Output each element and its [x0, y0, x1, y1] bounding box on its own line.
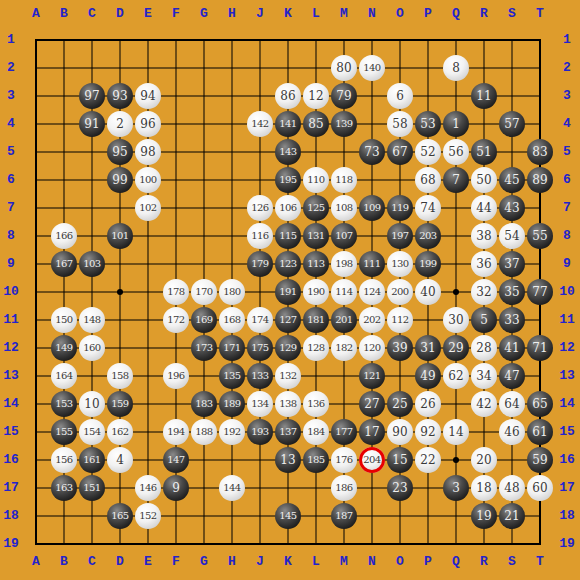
point-T17[interactable]: 60	[526, 474, 554, 502]
point-O2[interactable]	[386, 54, 414, 82]
point-R14[interactable]: 42	[470, 390, 498, 418]
point-F17[interactable]: 9	[162, 474, 190, 502]
point-E12[interactable]	[134, 334, 162, 362]
point-P2[interactable]	[414, 54, 442, 82]
point-M14[interactable]	[330, 390, 358, 418]
point-S9[interactable]: 37	[498, 250, 526, 278]
point-M13[interactable]	[330, 362, 358, 390]
point-A9[interactable]	[22, 250, 50, 278]
point-O1[interactable]	[386, 26, 414, 54]
point-L13[interactable]	[302, 362, 330, 390]
point-G8[interactable]	[190, 222, 218, 250]
point-B12[interactable]: 149	[50, 334, 78, 362]
point-B9[interactable]: 167	[50, 250, 78, 278]
point-L19[interactable]	[302, 530, 330, 558]
point-T13[interactable]	[526, 362, 554, 390]
point-C9[interactable]: 103	[78, 250, 106, 278]
point-R12[interactable]: 28	[470, 334, 498, 362]
point-J10[interactable]	[246, 278, 274, 306]
point-C8[interactable]	[78, 222, 106, 250]
point-E2[interactable]	[134, 54, 162, 82]
point-O19[interactable]	[386, 530, 414, 558]
point-T9[interactable]	[526, 250, 554, 278]
point-L9[interactable]: 113	[302, 250, 330, 278]
point-N4[interactable]	[358, 110, 386, 138]
point-L7[interactable]: 125	[302, 194, 330, 222]
point-O13[interactable]	[386, 362, 414, 390]
point-Q8[interactable]	[442, 222, 470, 250]
point-O9[interactable]: 130	[386, 250, 414, 278]
point-C3[interactable]: 97	[78, 82, 106, 110]
point-G14[interactable]: 183	[190, 390, 218, 418]
point-B13[interactable]: 164	[50, 362, 78, 390]
point-P14[interactable]: 26	[414, 390, 442, 418]
point-D8[interactable]: 101	[106, 222, 134, 250]
point-O10[interactable]: 200	[386, 278, 414, 306]
point-G16[interactable]	[190, 446, 218, 474]
point-P3[interactable]	[414, 82, 442, 110]
point-E4[interactable]: 96	[134, 110, 162, 138]
point-F5[interactable]	[162, 138, 190, 166]
point-C6[interactable]	[78, 166, 106, 194]
point-L5[interactable]	[302, 138, 330, 166]
point-H9[interactable]	[218, 250, 246, 278]
point-G17[interactable]	[190, 474, 218, 502]
point-Q12[interactable]: 29	[442, 334, 470, 362]
point-L3[interactable]: 12	[302, 82, 330, 110]
point-G5[interactable]	[190, 138, 218, 166]
point-A2[interactable]	[22, 54, 50, 82]
point-P4[interactable]: 53	[414, 110, 442, 138]
point-K16[interactable]: 13	[274, 446, 302, 474]
point-L11[interactable]: 181	[302, 306, 330, 334]
point-D4[interactable]: 2	[106, 110, 134, 138]
point-T18[interactable]	[526, 502, 554, 530]
point-R6[interactable]: 50	[470, 166, 498, 194]
point-E3[interactable]: 94	[134, 82, 162, 110]
point-N2[interactable]: 140	[358, 54, 386, 82]
point-K3[interactable]: 86	[274, 82, 302, 110]
point-E15[interactable]	[134, 418, 162, 446]
point-D9[interactable]	[106, 250, 134, 278]
point-P13[interactable]: 49	[414, 362, 442, 390]
point-M5[interactable]	[330, 138, 358, 166]
point-Q13[interactable]: 62	[442, 362, 470, 390]
point-C1[interactable]	[78, 26, 106, 54]
point-B16[interactable]: 156	[50, 446, 78, 474]
point-P18[interactable]	[414, 502, 442, 530]
point-K7[interactable]: 106	[274, 194, 302, 222]
point-Q3[interactable]	[442, 82, 470, 110]
point-H1[interactable]	[218, 26, 246, 54]
point-D15[interactable]: 162	[106, 418, 134, 446]
point-K9[interactable]: 123	[274, 250, 302, 278]
point-P9[interactable]: 199	[414, 250, 442, 278]
point-H18[interactable]	[218, 502, 246, 530]
point-C17[interactable]: 151	[78, 474, 106, 502]
point-R5[interactable]: 51	[470, 138, 498, 166]
point-S5[interactable]	[498, 138, 526, 166]
point-D11[interactable]	[106, 306, 134, 334]
point-C15[interactable]: 154	[78, 418, 106, 446]
point-M15[interactable]: 177	[330, 418, 358, 446]
point-P8[interactable]: 203	[414, 222, 442, 250]
point-J6[interactable]	[246, 166, 274, 194]
point-B6[interactable]	[50, 166, 78, 194]
point-E17[interactable]: 146	[134, 474, 162, 502]
point-R4[interactable]	[470, 110, 498, 138]
point-L15[interactable]: 184	[302, 418, 330, 446]
point-L12[interactable]: 128	[302, 334, 330, 362]
point-A15[interactable]	[22, 418, 50, 446]
point-P17[interactable]	[414, 474, 442, 502]
point-H3[interactable]	[218, 82, 246, 110]
point-Q6[interactable]: 7	[442, 166, 470, 194]
point-G2[interactable]	[190, 54, 218, 82]
point-K15[interactable]: 137	[274, 418, 302, 446]
point-F14[interactable]	[162, 390, 190, 418]
point-D6[interactable]: 99	[106, 166, 134, 194]
point-K8[interactable]: 115	[274, 222, 302, 250]
point-N16[interactable]: 204	[358, 446, 386, 474]
point-C14[interactable]: 10	[78, 390, 106, 418]
point-C11[interactable]: 148	[78, 306, 106, 334]
point-A13[interactable]	[22, 362, 50, 390]
point-P19[interactable]	[414, 530, 442, 558]
point-S3[interactable]	[498, 82, 526, 110]
point-R2[interactable]	[470, 54, 498, 82]
point-T8[interactable]: 55	[526, 222, 554, 250]
point-M12[interactable]: 182	[330, 334, 358, 362]
point-O11[interactable]: 112	[386, 306, 414, 334]
point-A10[interactable]	[22, 278, 50, 306]
point-G4[interactable]	[190, 110, 218, 138]
point-K14[interactable]: 138	[274, 390, 302, 418]
point-J8[interactable]: 116	[246, 222, 274, 250]
point-O18[interactable]	[386, 502, 414, 530]
point-D13[interactable]: 158	[106, 362, 134, 390]
point-T3[interactable]	[526, 82, 554, 110]
point-N18[interactable]	[358, 502, 386, 530]
point-E8[interactable]	[134, 222, 162, 250]
point-C7[interactable]	[78, 194, 106, 222]
point-P10[interactable]: 40	[414, 278, 442, 306]
point-E18[interactable]: 152	[134, 502, 162, 530]
point-H4[interactable]	[218, 110, 246, 138]
point-J12[interactable]: 175	[246, 334, 274, 362]
point-T6[interactable]: 89	[526, 166, 554, 194]
point-R16[interactable]: 20	[470, 446, 498, 474]
point-E5[interactable]: 98	[134, 138, 162, 166]
point-A8[interactable]	[22, 222, 50, 250]
point-F11[interactable]: 172	[162, 306, 190, 334]
point-L2[interactable]	[302, 54, 330, 82]
point-R1[interactable]	[470, 26, 498, 54]
point-E10[interactable]	[134, 278, 162, 306]
point-J1[interactable]	[246, 26, 274, 54]
point-B7[interactable]	[50, 194, 78, 222]
point-A17[interactable]	[22, 474, 50, 502]
point-Q16[interactable]	[442, 446, 470, 474]
point-N8[interactable]	[358, 222, 386, 250]
point-B17[interactable]: 163	[50, 474, 78, 502]
point-E14[interactable]	[134, 390, 162, 418]
point-S1[interactable]	[498, 26, 526, 54]
point-C12[interactable]: 160	[78, 334, 106, 362]
point-L10[interactable]: 190	[302, 278, 330, 306]
point-O16[interactable]: 15	[386, 446, 414, 474]
point-H2[interactable]	[218, 54, 246, 82]
point-T4[interactable]	[526, 110, 554, 138]
point-A11[interactable]	[22, 306, 50, 334]
point-A4[interactable]	[22, 110, 50, 138]
point-C16[interactable]: 161	[78, 446, 106, 474]
point-E16[interactable]	[134, 446, 162, 474]
point-A6[interactable]	[22, 166, 50, 194]
point-R11[interactable]: 5	[470, 306, 498, 334]
point-R3[interactable]: 11	[470, 82, 498, 110]
point-B2[interactable]	[50, 54, 78, 82]
point-Q5[interactable]: 56	[442, 138, 470, 166]
point-R18[interactable]: 19	[470, 502, 498, 530]
point-K5[interactable]: 143	[274, 138, 302, 166]
point-C5[interactable]	[78, 138, 106, 166]
point-N17[interactable]	[358, 474, 386, 502]
point-S6[interactable]: 45	[498, 166, 526, 194]
point-H19[interactable]	[218, 530, 246, 558]
point-D7[interactable]	[106, 194, 134, 222]
point-J19[interactable]	[246, 530, 274, 558]
point-S12[interactable]: 41	[498, 334, 526, 362]
point-O6[interactable]	[386, 166, 414, 194]
point-O8[interactable]: 197	[386, 222, 414, 250]
point-C13[interactable]	[78, 362, 106, 390]
point-S10[interactable]: 35	[498, 278, 526, 306]
point-S17[interactable]: 48	[498, 474, 526, 502]
point-D5[interactable]: 95	[106, 138, 134, 166]
point-J9[interactable]: 179	[246, 250, 274, 278]
point-P11[interactable]	[414, 306, 442, 334]
point-A18[interactable]	[22, 502, 50, 530]
point-M19[interactable]	[330, 530, 358, 558]
point-O4[interactable]: 58	[386, 110, 414, 138]
point-B5[interactable]	[50, 138, 78, 166]
point-H16[interactable]	[218, 446, 246, 474]
point-T1[interactable]	[526, 26, 554, 54]
point-G18[interactable]	[190, 502, 218, 530]
point-T14[interactable]: 65	[526, 390, 554, 418]
point-Q18[interactable]	[442, 502, 470, 530]
point-N1[interactable]	[358, 26, 386, 54]
point-T11[interactable]	[526, 306, 554, 334]
point-D17[interactable]	[106, 474, 134, 502]
point-Q15[interactable]: 14	[442, 418, 470, 446]
point-M11[interactable]: 201	[330, 306, 358, 334]
point-N10[interactable]: 124	[358, 278, 386, 306]
point-F18[interactable]	[162, 502, 190, 530]
point-L14[interactable]: 136	[302, 390, 330, 418]
point-A12[interactable]	[22, 334, 50, 362]
point-P12[interactable]: 31	[414, 334, 442, 362]
point-L16[interactable]: 185	[302, 446, 330, 474]
point-D14[interactable]: 159	[106, 390, 134, 418]
point-T15[interactable]: 61	[526, 418, 554, 446]
point-J18[interactable]	[246, 502, 274, 530]
point-D3[interactable]: 93	[106, 82, 134, 110]
point-J3[interactable]	[246, 82, 274, 110]
point-K12[interactable]: 129	[274, 334, 302, 362]
point-O12[interactable]: 39	[386, 334, 414, 362]
point-J14[interactable]: 134	[246, 390, 274, 418]
point-T19[interactable]	[526, 530, 554, 558]
point-D1[interactable]	[106, 26, 134, 54]
point-G10[interactable]: 170	[190, 278, 218, 306]
point-P6[interactable]: 68	[414, 166, 442, 194]
point-R7[interactable]: 44	[470, 194, 498, 222]
point-N15[interactable]: 17	[358, 418, 386, 446]
point-Q11[interactable]: 30	[442, 306, 470, 334]
point-B3[interactable]	[50, 82, 78, 110]
point-E6[interactable]: 100	[134, 166, 162, 194]
point-H5[interactable]	[218, 138, 246, 166]
point-S13[interactable]: 47	[498, 362, 526, 390]
point-N5[interactable]: 73	[358, 138, 386, 166]
point-J13[interactable]: 133	[246, 362, 274, 390]
point-Q7[interactable]	[442, 194, 470, 222]
point-L17[interactable]	[302, 474, 330, 502]
point-M1[interactable]	[330, 26, 358, 54]
point-N19[interactable]	[358, 530, 386, 558]
point-Q4[interactable]: 1	[442, 110, 470, 138]
point-A14[interactable]	[22, 390, 50, 418]
point-B4[interactable]	[50, 110, 78, 138]
point-N14[interactable]: 27	[358, 390, 386, 418]
point-A19[interactable]	[22, 530, 50, 558]
point-B19[interactable]	[50, 530, 78, 558]
point-K11[interactable]: 127	[274, 306, 302, 334]
point-K6[interactable]: 195	[274, 166, 302, 194]
point-J5[interactable]	[246, 138, 274, 166]
point-S2[interactable]	[498, 54, 526, 82]
point-H15[interactable]: 192	[218, 418, 246, 446]
point-H12[interactable]: 171	[218, 334, 246, 362]
point-S19[interactable]	[498, 530, 526, 558]
point-E19[interactable]	[134, 530, 162, 558]
point-H10[interactable]: 180	[218, 278, 246, 306]
point-P1[interactable]	[414, 26, 442, 54]
point-E9[interactable]	[134, 250, 162, 278]
point-F13[interactable]: 196	[162, 362, 190, 390]
point-C18[interactable]	[78, 502, 106, 530]
point-H17[interactable]: 144	[218, 474, 246, 502]
point-F4[interactable]	[162, 110, 190, 138]
point-K10[interactable]: 191	[274, 278, 302, 306]
point-F10[interactable]: 178	[162, 278, 190, 306]
point-G15[interactable]: 188	[190, 418, 218, 446]
point-S16[interactable]	[498, 446, 526, 474]
point-A5[interactable]	[22, 138, 50, 166]
point-P15[interactable]: 92	[414, 418, 442, 446]
point-C10[interactable]	[78, 278, 106, 306]
point-K1[interactable]	[274, 26, 302, 54]
point-C4[interactable]: 91	[78, 110, 106, 138]
point-N6[interactable]	[358, 166, 386, 194]
point-O3[interactable]: 6	[386, 82, 414, 110]
point-R17[interactable]: 18	[470, 474, 498, 502]
point-J2[interactable]	[246, 54, 274, 82]
point-N7[interactable]: 109	[358, 194, 386, 222]
point-L8[interactable]: 131	[302, 222, 330, 250]
point-P5[interactable]: 52	[414, 138, 442, 166]
point-K18[interactable]: 145	[274, 502, 302, 530]
point-B1[interactable]	[50, 26, 78, 54]
point-B14[interactable]: 153	[50, 390, 78, 418]
point-A3[interactable]	[22, 82, 50, 110]
point-F8[interactable]	[162, 222, 190, 250]
point-J15[interactable]: 193	[246, 418, 274, 446]
point-G6[interactable]	[190, 166, 218, 194]
point-E1[interactable]	[134, 26, 162, 54]
point-B11[interactable]: 150	[50, 306, 78, 334]
point-R10[interactable]: 32	[470, 278, 498, 306]
point-E7[interactable]: 102	[134, 194, 162, 222]
point-P7[interactable]: 74	[414, 194, 442, 222]
point-B8[interactable]: 166	[50, 222, 78, 250]
point-O17[interactable]: 23	[386, 474, 414, 502]
point-F6[interactable]	[162, 166, 190, 194]
point-D12[interactable]	[106, 334, 134, 362]
point-Q10[interactable]	[442, 278, 470, 306]
point-M18[interactable]: 187	[330, 502, 358, 530]
point-F3[interactable]	[162, 82, 190, 110]
point-H11[interactable]: 168	[218, 306, 246, 334]
point-E11[interactable]	[134, 306, 162, 334]
point-S15[interactable]: 46	[498, 418, 526, 446]
point-M6[interactable]: 118	[330, 166, 358, 194]
point-K19[interactable]	[274, 530, 302, 558]
point-F19[interactable]	[162, 530, 190, 558]
point-J17[interactable]	[246, 474, 274, 502]
point-J7[interactable]: 126	[246, 194, 274, 222]
point-S14[interactable]: 64	[498, 390, 526, 418]
point-F7[interactable]	[162, 194, 190, 222]
point-T2[interactable]	[526, 54, 554, 82]
point-R13[interactable]: 34	[470, 362, 498, 390]
point-R19[interactable]	[470, 530, 498, 558]
point-B15[interactable]: 155	[50, 418, 78, 446]
point-N9[interactable]: 111	[358, 250, 386, 278]
point-F16[interactable]: 147	[162, 446, 190, 474]
point-M17[interactable]: 186	[330, 474, 358, 502]
point-D2[interactable]	[106, 54, 134, 82]
point-A1[interactable]	[22, 26, 50, 54]
point-G19[interactable]	[190, 530, 218, 558]
point-P16[interactable]: 22	[414, 446, 442, 474]
point-L4[interactable]: 85	[302, 110, 330, 138]
point-D19[interactable]	[106, 530, 134, 558]
point-H6[interactable]	[218, 166, 246, 194]
point-D18[interactable]: 165	[106, 502, 134, 530]
point-M2[interactable]: 80	[330, 54, 358, 82]
point-O15[interactable]: 90	[386, 418, 414, 446]
point-M16[interactable]: 176	[330, 446, 358, 474]
point-J16[interactable]	[246, 446, 274, 474]
point-L6[interactable]: 110	[302, 166, 330, 194]
point-G7[interactable]	[190, 194, 218, 222]
point-G11[interactable]: 169	[190, 306, 218, 334]
point-M7[interactable]: 108	[330, 194, 358, 222]
point-E13[interactable]	[134, 362, 162, 390]
